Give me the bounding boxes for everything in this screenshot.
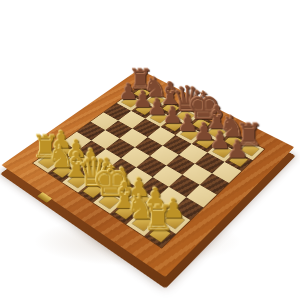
board-square <box>166 154 195 174</box>
chess-board: ♜♞♝♛♚♝♞♜♟♟♟♟♟♟♟♟♟♟♟♟♟♟♟♟♜♞♝♛♚♝♞♜ <box>1 69 294 277</box>
board-square <box>186 185 217 208</box>
product-photo: ♜♞♝♛♚♝♞♜♟♟♟♟♟♟♟♟♟♟♟♟♟♟♟♟♜♞♝♛♚♝♞♜ <box>0 0 300 300</box>
board-square <box>182 163 212 184</box>
piece-glyph: ♜ <box>143 201 175 236</box>
scene: ♜♞♝♛♚♝♞♜♟♟♟♟♟♟♟♟♟♟♟♟♟♟♟♟♜♞♝♛♚♝♞♜ <box>0 0 300 300</box>
board-square <box>199 173 229 195</box>
piece-glyph: ♟ <box>223 137 251 161</box>
